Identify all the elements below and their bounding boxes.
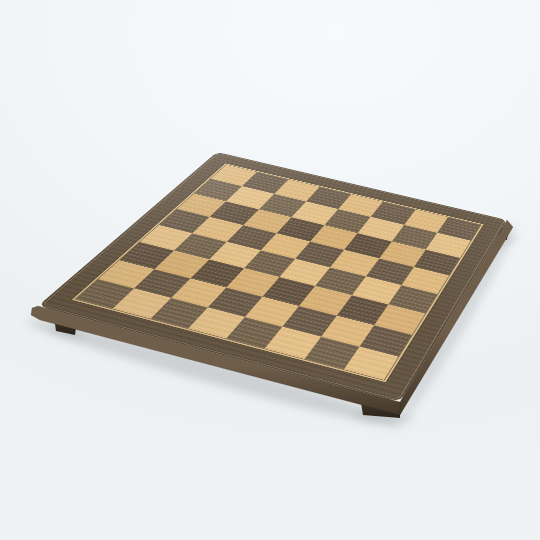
photo-background (0, 0, 540, 540)
